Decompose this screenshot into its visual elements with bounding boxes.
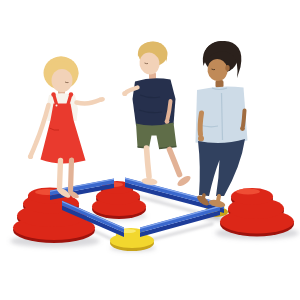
girl-strap-knot-left — [51, 92, 55, 96]
product-photo-balance-course — [0, 0, 300, 300]
boy-right-ankle-front — [218, 196, 219, 201]
child-boy-middle — [122, 42, 192, 188]
boy-middle-leg-front — [147, 148, 150, 177]
boy-middle-shorts — [136, 123, 177, 149]
girl-bib-button — [56, 105, 58, 107]
right-red-stone — [220, 188, 294, 237]
child-boy-right — [196, 41, 248, 209]
girl-face — [52, 69, 73, 92]
girl-leg-front — [60, 161, 61, 188]
girl-arm-out — [77, 100, 100, 104]
girl-leg-back — [71, 160, 72, 190]
boy-right-arm-front — [200, 113, 201, 135]
tier-highlight — [236, 189, 260, 195]
child-girl — [28, 57, 106, 200]
boy-right-hand-back — [240, 126, 245, 131]
boy-right-jeans — [198, 139, 245, 196]
boy-middle-leg-back — [170, 150, 180, 175]
tiers — [220, 188, 294, 234]
boy-right-arm-back — [243, 111, 245, 127]
scene-illustration — [0, 0, 300, 300]
boy-middle-hand-front — [122, 91, 127, 96]
girl-strap-knot-right — [69, 92, 73, 96]
girl-hand-down — [28, 154, 33, 159]
boy-right-ear — [225, 65, 229, 71]
boy-right-hand-front — [198, 136, 204, 142]
boy-middle-hand-side — [165, 119, 170, 124]
